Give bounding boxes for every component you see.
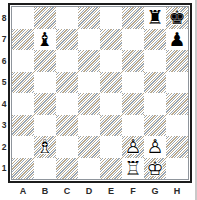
square-c8[interactable] [56, 7, 78, 29]
square-f2[interactable]: ♟♙ [122, 136, 144, 158]
square-e6[interactable] [100, 50, 122, 72]
square-c1[interactable] [56, 158, 78, 180]
square-d3[interactable] [78, 115, 100, 137]
square-e2[interactable] [100, 136, 122, 158]
square-h6[interactable] [166, 50, 188, 72]
page-edge-strip [195, 0, 197, 200]
rank-label-3: 3 [0, 115, 8, 137]
square-g1[interactable]: ♚♔ [144, 158, 166, 180]
square-f6[interactable] [122, 50, 144, 72]
piece-black-king: ♚ [166, 7, 188, 29]
piece-white-bishop: ♝♗ [34, 136, 56, 158]
square-d7[interactable] [78, 29, 100, 51]
square-f4[interactable] [122, 93, 144, 115]
rank-label-7: 7 [0, 29, 8, 51]
square-g7[interactable] [144, 29, 166, 51]
file-label-g: G [144, 185, 166, 197]
file-label-h: H [166, 185, 188, 197]
rank-labels: 87654321 [0, 7, 8, 179]
square-e1[interactable] [100, 158, 122, 180]
square-d1[interactable] [78, 158, 100, 180]
square-e5[interactable] [100, 72, 122, 94]
file-label-a: A [12, 185, 34, 197]
square-b6[interactable] [34, 50, 56, 72]
square-h3[interactable] [166, 115, 188, 137]
rank-label-6: 6 [0, 50, 8, 72]
square-h4[interactable] [166, 93, 188, 115]
square-d8[interactable] [78, 7, 100, 29]
piece-white-rook: ♜♖ [122, 158, 144, 180]
square-h1[interactable] [166, 158, 188, 180]
square-e7[interactable] [100, 29, 122, 51]
square-f1[interactable]: ♜♖ [122, 158, 144, 180]
square-b4[interactable] [34, 93, 56, 115]
rank-label-2: 2 [0, 136, 8, 158]
file-label-f: F [122, 185, 144, 197]
board-inner-border: ♜♚♝♟♝♗♟♙♟♙♜♖♚♔ [11, 6, 189, 180]
square-a1[interactable] [12, 158, 34, 180]
square-a6[interactable] [12, 50, 34, 72]
square-b8[interactable] [34, 7, 56, 29]
square-g6[interactable] [144, 50, 166, 72]
square-e4[interactable] [100, 93, 122, 115]
square-g4[interactable] [144, 93, 166, 115]
square-g2[interactable]: ♟♙ [144, 136, 166, 158]
square-h2[interactable] [166, 136, 188, 158]
square-b3[interactable] [34, 115, 56, 137]
file-label-d: D [78, 185, 100, 197]
piece-black-pawn: ♟ [166, 29, 188, 51]
rank-label-4: 4 [0, 93, 8, 115]
square-a2[interactable] [12, 136, 34, 158]
square-d6[interactable] [78, 50, 100, 72]
piece-white-pawn: ♟♙ [122, 136, 144, 158]
piece-white-pawn: ♟♙ [144, 136, 166, 158]
square-e8[interactable] [100, 7, 122, 29]
file-label-c: C [56, 185, 78, 197]
piece-white-king: ♚♔ [144, 158, 166, 180]
square-c4[interactable] [56, 93, 78, 115]
square-c6[interactable] [56, 50, 78, 72]
square-h7[interactable]: ♟ [166, 29, 188, 51]
square-h8[interactable]: ♚ [166, 7, 188, 29]
board-frame: ♜♚♝♟♝♗♟♙♟♙♜♖♚♔ [8, 3, 192, 183]
chess-diagram-page: 87654321 ♜♚♝♟♝♗♟♙♟♙♜♖♚♔ ABCDEFGH [0, 0, 197, 200]
square-a4[interactable] [12, 93, 34, 115]
square-a5[interactable] [12, 72, 34, 94]
square-b7[interactable]: ♝ [34, 29, 56, 51]
square-c7[interactable] [56, 29, 78, 51]
square-d2[interactable] [78, 136, 100, 158]
square-d5[interactable] [78, 72, 100, 94]
square-c5[interactable] [56, 72, 78, 94]
square-b1[interactable] [34, 158, 56, 180]
square-a7[interactable] [12, 29, 34, 51]
square-b2[interactable]: ♝♗ [34, 136, 56, 158]
rank-label-1: 1 [0, 158, 8, 180]
square-f8[interactable] [122, 7, 144, 29]
rank-label-5: 5 [0, 72, 8, 94]
piece-black-bishop: ♝ [34, 29, 56, 51]
rank-label-8: 8 [0, 7, 8, 29]
file-label-e: E [100, 185, 122, 197]
square-g5[interactable] [144, 72, 166, 94]
square-g8[interactable]: ♜ [144, 7, 166, 29]
file-label-b: B [34, 185, 56, 197]
square-h5[interactable] [166, 72, 188, 94]
square-f3[interactable] [122, 115, 144, 137]
square-c2[interactable] [56, 136, 78, 158]
square-a8[interactable] [12, 7, 34, 29]
square-d4[interactable] [78, 93, 100, 115]
piece-black-rook: ♜ [144, 7, 166, 29]
square-b5[interactable] [34, 72, 56, 94]
square-f5[interactable] [122, 72, 144, 94]
square-g3[interactable] [144, 115, 166, 137]
chess-board: ♜♚♝♟♝♗♟♙♟♙♜♖♚♔ [12, 7, 188, 179]
file-labels: ABCDEFGH [12, 185, 188, 197]
square-f7[interactable] [122, 29, 144, 51]
square-c3[interactable] [56, 115, 78, 137]
square-e3[interactable] [100, 115, 122, 137]
square-a3[interactable] [12, 115, 34, 137]
